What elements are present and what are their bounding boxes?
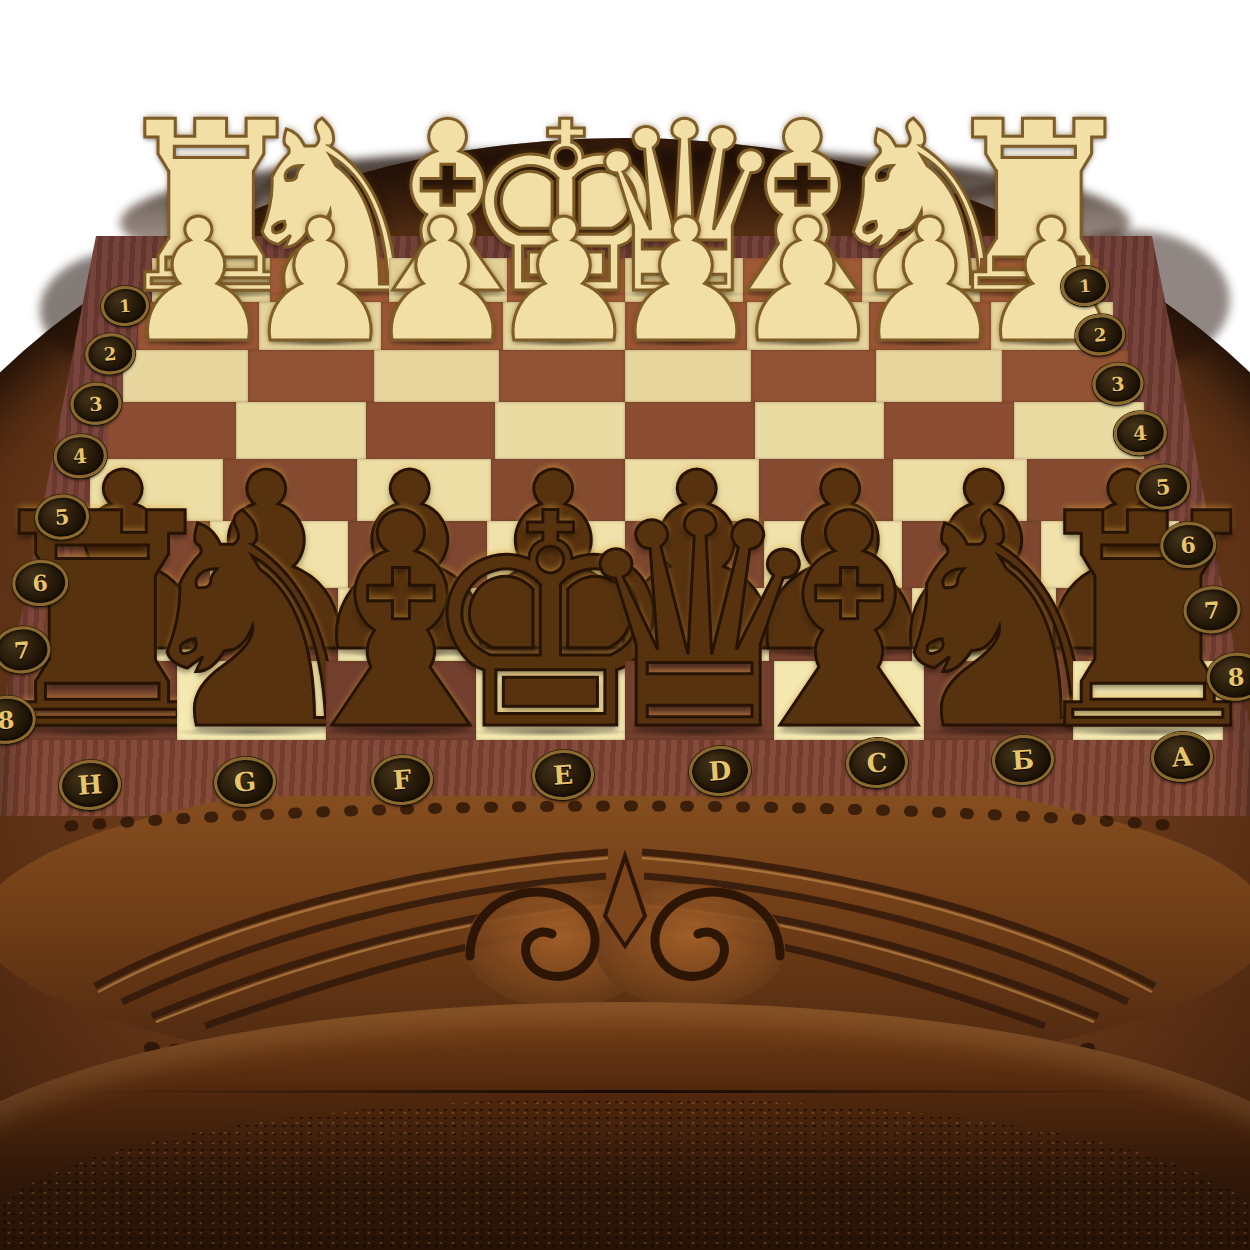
board-row-rank-8: ♜♞♝♚♛♝♞♜ xyxy=(28,661,1223,740)
chess-board: ♜♞♝♚♛♝♞♜♟♟♟♟♟♟♟♟♟♟♟♟♟♟♟♟♜♞♝♚♛♝♞♜ xyxy=(0,258,1250,740)
square-e2[interactable]: ♟ xyxy=(503,302,625,350)
board-row-rank-3 xyxy=(123,350,1128,402)
square-c2[interactable]: ♟ xyxy=(747,302,869,350)
square-c3[interactable] xyxy=(751,350,877,402)
square-h3[interactable] xyxy=(123,350,249,402)
square-b2[interactable]: ♟ xyxy=(869,302,991,350)
scene: ♜♞♝♚♛♝♞♜♟♟♟♟♟♟♟♟♟♟♟♟♟♟♟♟♜♞♝♚♛♝♞♜ HGFEDCБ… xyxy=(0,0,1250,1250)
board-row-rank-2: ♟♟♟♟♟♟♟♟ xyxy=(138,302,1113,350)
square-b3[interactable] xyxy=(876,350,1002,402)
square-h2[interactable]: ♟ xyxy=(138,302,260,350)
square-f2[interactable]: ♟ xyxy=(381,302,503,350)
square-f3[interactable] xyxy=(374,350,500,402)
square-d3[interactable] xyxy=(625,350,751,402)
square-g3[interactable] xyxy=(248,350,374,402)
square-d2[interactable]: ♟ xyxy=(625,302,747,350)
square-a8[interactable]: ♜ xyxy=(1073,661,1222,740)
square-g2[interactable]: ♟ xyxy=(259,302,381,350)
square-e3[interactable] xyxy=(499,350,625,402)
